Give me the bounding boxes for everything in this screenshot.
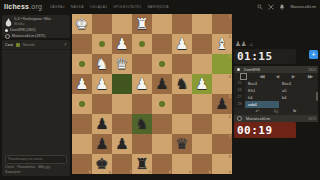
rank-coordinate: 6 (229, 115, 231, 119)
square-c7[interactable]: ♛ (172, 134, 192, 154)
square-c8[interactable]: c (172, 154, 192, 174)
file-coordinate: b (209, 170, 211, 174)
move-next-button[interactable]: ▶ (292, 73, 295, 80)
move-row: 25Bxc4Bxc4 (234, 80, 318, 87)
square-e1[interactable]: ♜ (132, 14, 152, 34)
white-P-piece[interactable]: ♟ (92, 74, 112, 94)
rank-coordinate: 2 (229, 35, 231, 39)
white-R-piece[interactable]: ♜ (132, 14, 152, 34)
square-c1[interactable] (172, 14, 192, 34)
white-P-piece[interactable]: ♟ (72, 74, 92, 94)
square-f7[interactable]: ♟ (112, 134, 132, 154)
nav-item[interactable]: NARZĘDZIA (147, 5, 168, 9)
white-P-piece[interactable]: ♟ (192, 74, 212, 94)
notifications-bell-icon[interactable] (279, 4, 285, 10)
move-first-button[interactable]: ◀◀ (259, 73, 263, 80)
move-row: 27h4b4 (234, 94, 318, 101)
lichess-app: lichess.org ZAGRAJNAUKAOGLĄDAJSPOŁECZNOŚ… (0, 0, 320, 180)
opponent-name-bar[interactable]: DomW98 1802 (234, 66, 318, 73)
square-g2[interactable] (92, 34, 112, 54)
rank-coordinate: 7 (229, 135, 231, 139)
opponent-clock: 01:15 (234, 49, 296, 64)
file-coordinate: c (189, 170, 191, 174)
square-e3[interactable] (132, 54, 152, 74)
square-g5[interactable] (92, 94, 112, 114)
white-color-icon (237, 68, 240, 71)
move-26-b[interactable]: a5 (279, 87, 313, 94)
move-list[interactable]: 25Bxc4Bxc426Kh1a527h4b428axb4 (234, 80, 318, 108)
game-info-card: 5+3 • Rankingowa • Blitz W toku DomW98 (… (2, 15, 70, 38)
square-b4[interactable]: ♟ (192, 74, 212, 94)
file-coordinate: f (130, 170, 131, 174)
file-coordinate: g (109, 170, 111, 174)
square-d6[interactable] (152, 114, 172, 134)
nav-item[interactable]: OGLĄDAJ (90, 5, 108, 9)
move-prev-button[interactable]: ◀ (276, 73, 279, 80)
chat-preset[interactable]: Cześć (5, 165, 14, 169)
lichess-logo[interactable]: lichess.org (4, 3, 42, 10)
square-a4[interactable]: 4 (212, 74, 232, 94)
square-d7[interactable] (152, 134, 172, 154)
expand-chat-icon[interactable]: ↗ (63, 42, 67, 47)
move-navigation-bar: ◀◀ ◀ ▶ ▶▶ (234, 73, 318, 80)
move-number: 27 (234, 94, 245, 101)
square-h8[interactable]: h (72, 154, 92, 174)
white-color-icon (5, 29, 8, 32)
square-c4[interactable]: ♞ (172, 74, 192, 94)
game-action-buttons: ↶ ½ ⚑ (234, 108, 318, 115)
file-coordinate: h (89, 170, 91, 174)
white-K-piece[interactable]: ♚ (72, 14, 92, 34)
move-27-b[interactable]: b4 (279, 94, 313, 101)
square-c5[interactable] (172, 94, 192, 114)
chess-board[interactable]: ♚♜1♟♟♝2♞♛3♟♟♟♟♞♟4♟5♟♞6♟♟♛7h♚gf♜edcba8 (72, 14, 232, 174)
black-player-row[interactable]: MarianczikLim (1875) (2, 34, 70, 39)
square-f4[interactable] (112, 74, 132, 94)
rank-coordinate: 5 (229, 95, 231, 99)
square-e8[interactable]: ♜e (132, 154, 152, 174)
chat-preset[interactable]: Miłej gry (38, 165, 50, 169)
white-N-piece[interactable]: ♞ (92, 54, 112, 74)
square-b2[interactable] (192, 34, 212, 54)
nav-item[interactable]: NAUKA (71, 5, 84, 9)
square-h7[interactable] (72, 134, 92, 154)
square-b6[interactable] (192, 114, 212, 134)
move-last-button[interactable]: ▶▶ (308, 73, 312, 80)
square-f6[interactable] (112, 114, 132, 134)
white-Q-piece[interactable]: ♛ (112, 54, 132, 74)
square-b8[interactable]: b (192, 154, 212, 174)
square-f8[interactable]: f (112, 154, 132, 174)
black-color-icon (237, 116, 242, 121)
game-status-label: W toku (14, 22, 51, 27)
material-advantage-badge: +1 (249, 43, 253, 47)
square-d8[interactable]: d (152, 154, 172, 174)
tab-chat[interactable]: Czat (5, 43, 13, 47)
legal-move-dot[interactable] (159, 61, 165, 67)
give-time-button[interactable]: + (309, 50, 318, 59)
player-clock-low-time: 00:19 (234, 122, 296, 138)
takeback-button[interactable]: ↶ (255, 108, 259, 115)
chat-toggle[interactable] (16, 43, 20, 47)
file-coordinate: e (149, 170, 151, 174)
move-row: 28axb4 (234, 101, 318, 108)
square-b5[interactable] (192, 94, 212, 114)
legal-move-dot[interactable] (159, 101, 165, 107)
square-d2[interactable] (152, 34, 172, 54)
square-g6[interactable]: ♟ (92, 114, 112, 134)
square-g1[interactable] (92, 14, 112, 34)
game-side-panel: ♟♟ +1 01:15 + DomW98 1802 ◀◀ ◀ ▶ ▶▶ 25Bx… (234, 14, 318, 180)
square-a2[interactable]: ♝2 (212, 34, 232, 54)
legal-move-dot[interactable] (99, 41, 105, 47)
square-e4[interactable]: ♟ (132, 74, 152, 94)
square-d1[interactable] (152, 14, 172, 34)
nav-item[interactable]: ZAGRAJ (50, 5, 65, 9)
chat-preset[interactable]: Powodzenia (17, 165, 35, 169)
challenge-icon[interactable] (268, 4, 274, 10)
square-a8[interactable]: a8 (212, 154, 232, 174)
move-28-w[interactable]: axb4 (245, 101, 279, 108)
nav-item[interactable]: SPOŁECZNOŚĆ (113, 5, 141, 9)
main-nav: ZAGRAJNAUKAOGLĄDAJSPOŁECZNOŚĆNARZĘDZIA (50, 5, 169, 9)
chat-preset-buttons: CześćPowodzeniaMiłej gryNawzajem (2, 164, 70, 177)
square-f5[interactable] (112, 94, 132, 114)
chat-panel: Czat Notatki ↗ Porozmawiaj na czacie Cze… (2, 40, 70, 176)
move-number: 28 (234, 101, 245, 108)
rank-coordinate: 3 (229, 55, 231, 59)
move-27-w[interactable]: h4 (245, 94, 279, 101)
square-g4[interactable]: ♟ (92, 74, 112, 94)
square-h4[interactable]: ♟ (72, 74, 92, 94)
rank-coordinate: 4 (229, 75, 231, 79)
rank-coordinate: 1 (229, 15, 231, 19)
file-coordinate: d (169, 170, 171, 174)
move-number: 26 (234, 87, 245, 94)
square-f2[interactable]: ♟ (112, 34, 132, 54)
square-a5[interactable]: ♟5 (212, 94, 232, 114)
top-navigation-bar: lichess.org ZAGRAJNAUKAOGLĄDAJSPOŁECZNOŚ… (0, 0, 320, 13)
legal-move-dot[interactable] (79, 61, 85, 67)
square-c2[interactable]: ♟ (172, 34, 192, 54)
square-e5[interactable] (132, 94, 152, 114)
black-N-piece[interactable]: ♞ (132, 114, 152, 134)
square-b1[interactable] (192, 14, 212, 34)
square-f1[interactable] (112, 14, 132, 34)
move-row: 26Kh1a5 (234, 87, 318, 94)
square-e6[interactable]: ♞ (132, 114, 152, 134)
white-player-row[interactable]: DomW98 (1802) (2, 29, 70, 33)
white-P-piece[interactable]: ♟ (172, 34, 192, 54)
legal-move-dot[interactable] (79, 101, 85, 107)
chat-messages-area (2, 50, 70, 155)
captured-black-pawns: ♟♟ (235, 41, 247, 48)
square-h3[interactable] (72, 54, 92, 74)
file-coordinate: a (229, 170, 231, 174)
square-a7[interactable]: 7 (212, 134, 232, 154)
move-25-w[interactable]: Bxc4 (245, 80, 279, 87)
time-control-label: 5+3 • Rankingowa • Blitz (14, 17, 51, 22)
offer-draw-button[interactable]: ½ (273, 108, 278, 115)
square-a1[interactable]: 1 (212, 14, 232, 34)
search-icon[interactable] (257, 4, 263, 10)
black-Q-piece[interactable]: ♛ (172, 134, 192, 154)
logged-in-username[interactable]: MarianczikLim (290, 4, 316, 9)
square-h6[interactable] (72, 114, 92, 134)
move-list-scrollbar[interactable] (316, 92, 318, 101)
square-e7[interactable] (132, 134, 152, 154)
black-N-piece[interactable]: ♞ (172, 74, 192, 94)
square-a6[interactable]: 6 (212, 114, 232, 134)
square-h5[interactable] (72, 94, 92, 114)
square-c6[interactable] (172, 114, 192, 134)
white-P-piece[interactable]: ♟ (132, 74, 152, 94)
black-color-icon (5, 34, 10, 39)
analysis-board-icon[interactable] (240, 73, 247, 80)
square-g3[interactable]: ♞ (92, 54, 112, 74)
blitz-flame-icon (5, 18, 12, 27)
move-28-b[interactable] (279, 101, 313, 108)
square-b3[interactable] (192, 54, 212, 74)
black-P-piece[interactable]: ♟ (92, 114, 112, 134)
square-g8[interactable]: ♚g (92, 154, 112, 174)
captured-pieces-tray-top: ♟♟ +1 (235, 41, 253, 48)
black-P-piece[interactable]: ♟ (92, 134, 112, 154)
square-h2[interactable] (72, 34, 92, 54)
square-g7[interactable]: ♟ (92, 134, 112, 154)
black-P-piece[interactable]: ♟ (152, 74, 172, 94)
square-e2[interactable] (132, 34, 152, 54)
white-P-piece[interactable]: ♟ (112, 34, 132, 54)
move-26-w[interactable]: Kh1 (245, 87, 279, 94)
resign-flag-button[interactable]: ⚑ (292, 108, 296, 115)
rank-coordinate: 8 (229, 155, 231, 159)
legal-move-dot[interactable] (139, 41, 145, 47)
square-d5[interactable] (152, 94, 172, 114)
square-b7[interactable] (192, 134, 212, 154)
square-d3[interactable] (152, 54, 172, 74)
square-c3[interactable] (172, 54, 192, 74)
black-P-piece[interactable]: ♟ (112, 134, 132, 154)
move-number: 25 (234, 80, 245, 87)
chat-input[interactable]: Porozmawiaj na czacie (5, 155, 67, 164)
square-h1[interactable]: ♚ (72, 14, 92, 34)
square-d4[interactable]: ♟ (152, 74, 172, 94)
square-a3[interactable]: 3 (212, 54, 232, 74)
square-f3[interactable]: ♛ (112, 54, 132, 74)
chat-preset[interactable]: Nawzajem (5, 170, 20, 174)
tab-notes[interactable]: Notatki (23, 43, 35, 47)
player-name-bar[interactable]: MarianczikLim 1875 (234, 115, 318, 122)
move-25-b[interactable]: Bxc4 (279, 80, 313, 87)
